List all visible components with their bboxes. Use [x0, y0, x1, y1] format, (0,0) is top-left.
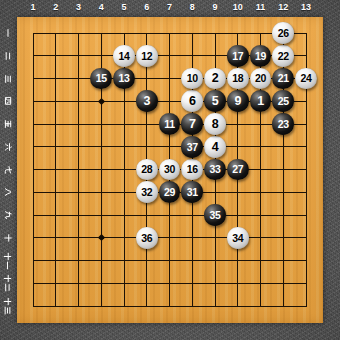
- column-label-4: 4: [91, 1, 111, 13]
- stone-black-17: 17: [227, 45, 249, 67]
- row-label-3: [3, 74, 13, 83]
- stone-black-7: 7: [181, 113, 203, 135]
- row-label-9: [3, 211, 13, 220]
- stone-white-12: 12: [136, 45, 158, 67]
- column-label-6: 6: [137, 1, 157, 13]
- row-label-10: [3, 233, 13, 242]
- row-label-4: [3, 97, 13, 106]
- row-label-5: [3, 120, 13, 129]
- stone-black-37: 37: [181, 136, 203, 158]
- stone-white-8: 8: [204, 113, 226, 135]
- stone-white-2: 2: [204, 68, 226, 90]
- column-label-7: 7: [160, 1, 180, 13]
- column-label-10: 10: [228, 1, 248, 13]
- row-label-13: [3, 297, 13, 315]
- column-label-1: 1: [23, 1, 43, 13]
- row-label-2: [3, 51, 13, 60]
- stone-black-1: 1: [250, 90, 272, 112]
- stone-black-33: 33: [204, 159, 226, 181]
- column-label-8: 8: [182, 1, 202, 13]
- stone-black-31: 31: [181, 181, 203, 203]
- stone-black-11: 11: [159, 113, 181, 135]
- column-label-13: 13: [296, 1, 316, 13]
- stone-white-34: 34: [227, 227, 249, 249]
- stone-white-6: 6: [181, 90, 203, 112]
- column-label-11: 11: [251, 1, 271, 13]
- stone-black-27: 27: [227, 159, 249, 181]
- stone-white-16: 16: [181, 159, 203, 181]
- row-label-6: [3, 142, 13, 151]
- stone-black-19: 19: [250, 45, 272, 67]
- row-label-8: [3, 188, 13, 197]
- stone-white-18: 18: [227, 68, 249, 90]
- column-label-9: 9: [205, 1, 225, 13]
- stone-black-9: 9: [227, 90, 249, 112]
- stone-black-23: 23: [272, 113, 294, 135]
- stone-black-21: 21: [272, 68, 294, 90]
- stone-white-26: 26: [272, 22, 294, 44]
- column-label-5: 5: [114, 1, 134, 13]
- row-label-7: [3, 165, 13, 174]
- stone-black-3: 3: [136, 90, 158, 112]
- go-diagram: 12345678910111213 1234567891011121314151…: [0, 0, 340, 340]
- stone-white-22: 22: [272, 45, 294, 67]
- column-label-12: 12: [273, 1, 293, 13]
- row-label-12: [3, 274, 13, 292]
- stone-white-14: 14: [113, 45, 135, 67]
- stone-white-32: 32: [136, 181, 158, 203]
- stone-white-24: 24: [295, 68, 317, 90]
- row-label-1: [3, 29, 13, 38]
- row-label-11: [3, 252, 13, 270]
- column-label-2: 2: [46, 1, 66, 13]
- stone-black-15: 15: [90, 68, 112, 90]
- stone-white-10: 10: [181, 68, 203, 90]
- column-label-3: 3: [69, 1, 89, 13]
- stone-white-36: 36: [136, 227, 158, 249]
- stone-black-5: 5: [204, 90, 226, 112]
- stone-black-35: 35: [204, 204, 226, 226]
- stone-white-28: 28: [136, 159, 158, 181]
- stone-black-13: 13: [113, 68, 135, 90]
- stone-black-29: 29: [159, 181, 181, 203]
- stone-black-25: 25: [272, 90, 294, 112]
- stone-white-4: 4: [204, 136, 226, 158]
